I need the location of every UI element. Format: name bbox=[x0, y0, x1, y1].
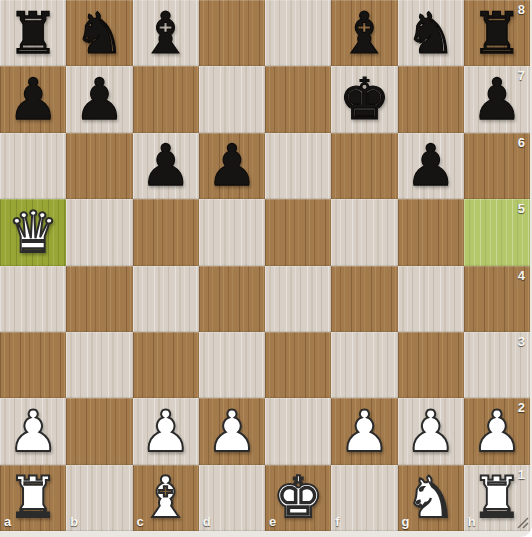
board-resize-handle-icon[interactable] bbox=[517, 517, 529, 529]
file-label-d: d bbox=[203, 514, 211, 529]
square-c8[interactable]: ♝ bbox=[133, 0, 199, 66]
square-b1[interactable]: b bbox=[66, 465, 132, 531]
piece-black-knight[interactable]: ♞ bbox=[74, 5, 125, 62]
square-a4[interactable] bbox=[0, 266, 66, 332]
square-f5[interactable] bbox=[331, 199, 397, 265]
piece-black-rook[interactable]: ♜ bbox=[8, 5, 59, 62]
square-b7[interactable]: ♟ bbox=[66, 66, 132, 132]
square-g3[interactable] bbox=[398, 332, 464, 398]
piece-white-king[interactable]: ♚ bbox=[273, 469, 324, 526]
piece-black-pawn[interactable]: ♟ bbox=[74, 71, 125, 128]
rank-label-4: 4 bbox=[518, 268, 525, 283]
piece-black-pawn[interactable]: ♟ bbox=[405, 137, 456, 194]
square-c2[interactable]: ♟ bbox=[133, 398, 199, 464]
square-d1[interactable]: d bbox=[199, 465, 265, 531]
piece-black-pawn[interactable]: ♟ bbox=[140, 137, 191, 194]
square-g7[interactable] bbox=[398, 66, 464, 132]
square-h2[interactable]: 2♟ bbox=[464, 398, 530, 464]
square-a5[interactable]: ♛ bbox=[0, 199, 66, 265]
square-b4[interactable] bbox=[66, 266, 132, 332]
square-f6[interactable] bbox=[331, 133, 397, 199]
piece-black-rook[interactable]: ♜ bbox=[471, 5, 522, 62]
square-f3[interactable] bbox=[331, 332, 397, 398]
square-g6[interactable]: ♟ bbox=[398, 133, 464, 199]
square-d7[interactable] bbox=[199, 66, 265, 132]
square-g2[interactable]: ♟ bbox=[398, 398, 464, 464]
square-h7[interactable]: 7♟ bbox=[464, 66, 530, 132]
piece-black-bishop[interactable]: ♝ bbox=[339, 5, 390, 62]
rank-label-5: 5 bbox=[518, 201, 525, 216]
square-b5[interactable] bbox=[66, 199, 132, 265]
square-f2[interactable]: ♟ bbox=[331, 398, 397, 464]
square-a6[interactable] bbox=[0, 133, 66, 199]
square-g1[interactable]: g♞ bbox=[398, 465, 464, 531]
square-e4[interactable] bbox=[265, 266, 331, 332]
piece-black-pawn[interactable]: ♟ bbox=[471, 71, 522, 128]
square-d6[interactable]: ♟ bbox=[199, 133, 265, 199]
piece-black-king[interactable]: ♚ bbox=[339, 71, 390, 128]
chess-board[interactable]: ♜♞♝♝♞8♜♟♟♚7♟♟♟♟6♛543♟♟♟♟♟2♟a♜bc♝de♚fg♞1h… bbox=[0, 0, 530, 531]
square-f7[interactable]: ♚ bbox=[331, 66, 397, 132]
square-e6[interactable] bbox=[265, 133, 331, 199]
piece-black-knight[interactable]: ♞ bbox=[405, 5, 456, 62]
piece-white-rook[interactable]: ♜ bbox=[8, 469, 59, 526]
square-b2[interactable] bbox=[66, 398, 132, 464]
square-a3[interactable] bbox=[0, 332, 66, 398]
square-d2[interactable]: ♟ bbox=[199, 398, 265, 464]
rank-label-6: 6 bbox=[518, 135, 525, 150]
piece-white-pawn[interactable]: ♟ bbox=[471, 403, 522, 460]
piece-white-bishop[interactable]: ♝ bbox=[140, 469, 191, 526]
square-d5[interactable] bbox=[199, 199, 265, 265]
square-c4[interactable] bbox=[133, 266, 199, 332]
square-a8[interactable]: ♜ bbox=[0, 0, 66, 66]
square-c1[interactable]: c♝ bbox=[133, 465, 199, 531]
file-label-f: f bbox=[335, 514, 339, 529]
square-b8[interactable]: ♞ bbox=[66, 0, 132, 66]
piece-white-pawn[interactable]: ♟ bbox=[206, 403, 257, 460]
square-f1[interactable]: f bbox=[331, 465, 397, 531]
square-f4[interactable] bbox=[331, 266, 397, 332]
square-h5[interactable]: 5 bbox=[464, 199, 530, 265]
square-c3[interactable] bbox=[133, 332, 199, 398]
square-d8[interactable] bbox=[199, 0, 265, 66]
piece-white-pawn[interactable]: ♟ bbox=[405, 403, 456, 460]
square-e5[interactable] bbox=[265, 199, 331, 265]
piece-white-pawn[interactable]: ♟ bbox=[140, 403, 191, 460]
square-a1[interactable]: a♜ bbox=[0, 465, 66, 531]
square-b3[interactable] bbox=[66, 332, 132, 398]
square-d3[interactable] bbox=[199, 332, 265, 398]
square-h6[interactable]: 6 bbox=[464, 133, 530, 199]
square-g5[interactable] bbox=[398, 199, 464, 265]
square-e1[interactable]: e♚ bbox=[265, 465, 331, 531]
square-e3[interactable] bbox=[265, 332, 331, 398]
square-e7[interactable] bbox=[265, 66, 331, 132]
piece-white-rook[interactable]: ♜ bbox=[471, 469, 522, 526]
square-d4[interactable] bbox=[199, 266, 265, 332]
square-f8[interactable]: ♝ bbox=[331, 0, 397, 66]
file-label-b: b bbox=[70, 514, 78, 529]
rank-label-3: 3 bbox=[518, 334, 525, 349]
square-g4[interactable] bbox=[398, 266, 464, 332]
square-a2[interactable]: ♟ bbox=[0, 398, 66, 464]
piece-white-pawn[interactable]: ♟ bbox=[339, 403, 390, 460]
page-background: ♜♞♝♝♞8♜♟♟♚7♟♟♟♟6♛543♟♟♟♟♟2♟a♜bc♝de♚fg♞1h… bbox=[0, 0, 532, 537]
piece-white-pawn[interactable]: ♟ bbox=[8, 403, 59, 460]
square-e2[interactable] bbox=[265, 398, 331, 464]
square-b6[interactable] bbox=[66, 133, 132, 199]
square-g8[interactable]: ♞ bbox=[398, 0, 464, 66]
square-c7[interactable] bbox=[133, 66, 199, 132]
square-h8[interactable]: 8♜ bbox=[464, 0, 530, 66]
piece-black-pawn[interactable]: ♟ bbox=[206, 137, 257, 194]
piece-white-knight[interactable]: ♞ bbox=[405, 469, 456, 526]
square-e8[interactable] bbox=[265, 0, 331, 66]
piece-white-queen[interactable]: ♛ bbox=[8, 204, 59, 261]
square-c6[interactable]: ♟ bbox=[133, 133, 199, 199]
square-h3[interactable]: 3 bbox=[464, 332, 530, 398]
square-h4[interactable]: 4 bbox=[464, 266, 530, 332]
square-c5[interactable] bbox=[133, 199, 199, 265]
square-a7[interactable]: ♟ bbox=[0, 66, 66, 132]
piece-black-bishop[interactable]: ♝ bbox=[140, 5, 191, 62]
piece-black-pawn[interactable]: ♟ bbox=[8, 71, 59, 128]
